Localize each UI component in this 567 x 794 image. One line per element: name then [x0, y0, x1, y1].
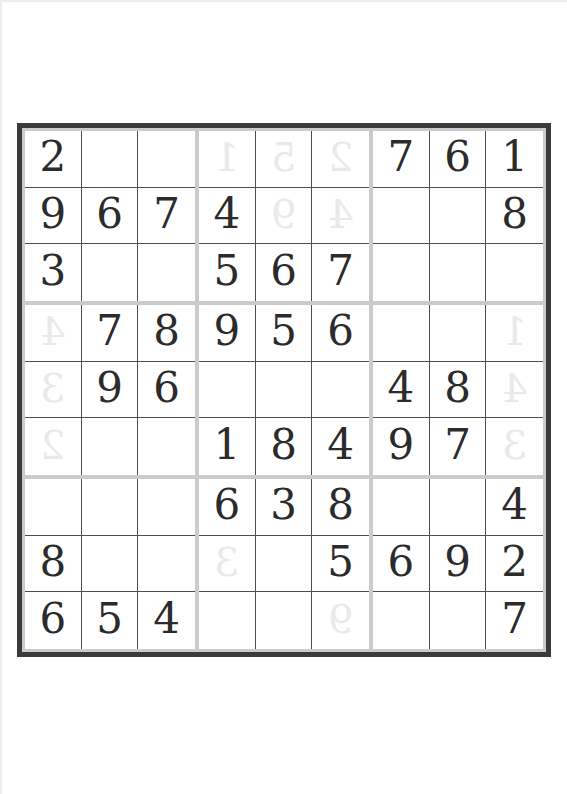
cell-r8c1[interactable]: 8 [25, 536, 82, 593]
box-1-3: 7618 [373, 131, 543, 301]
cell-r6c2[interactable] [82, 418, 139, 475]
box-3-1: 8654 [25, 479, 195, 649]
cell-r9c6[interactable]: 9 [312, 592, 369, 649]
ghost-bleedthrough-digit: 3 [214, 542, 239, 585]
given-digit: 7 [153, 193, 180, 238]
cell-r1c9[interactable]: 1 [486, 131, 543, 188]
given-digit: 7 [96, 310, 123, 355]
cell-r1c1[interactable]: 2 [25, 131, 82, 188]
cell-r1c6[interactable]: 2 [312, 131, 369, 188]
cell-r4c9[interactable]: 1 [486, 305, 543, 362]
given-digit: 4 [213, 193, 240, 238]
cell-r9c1[interactable]: 6 [25, 592, 82, 649]
given-digit: 4 [327, 424, 354, 469]
given-digit: 8 [444, 367, 471, 412]
given-digit: 5 [270, 310, 297, 355]
cell-r7c2[interactable] [82, 479, 139, 536]
ghost-bleedthrough-digit: 3 [502, 425, 527, 468]
box-3-3: 46927 [373, 479, 543, 649]
given-digit: 6 [387, 541, 414, 586]
cell-r6c6[interactable]: 4 [312, 418, 369, 475]
cell-r4c6[interactable]: 6 [312, 305, 369, 362]
cell-r2c9[interactable]: 8 [486, 188, 543, 245]
given-digit: 9 [39, 193, 66, 238]
cell-r1c2[interactable] [82, 131, 139, 188]
cell-r2c5[interactable]: 9 [256, 188, 313, 245]
cell-r9c8[interactable] [430, 592, 487, 649]
given-digit: 1 [501, 136, 528, 181]
given-digit: 5 [96, 598, 123, 643]
given-digit: 9 [96, 367, 123, 412]
cell-r6c5[interactable]: 8 [256, 418, 313, 475]
cell-r7c8[interactable] [430, 479, 487, 536]
cell-r5c6[interactable] [312, 362, 369, 419]
given-digit: 7 [501, 598, 528, 643]
cell-r3c7[interactable] [373, 244, 430, 301]
box-3-2: 638359 [199, 479, 369, 649]
box-1-1: 29673 [25, 131, 195, 301]
cell-r3c6[interactable]: 7 [312, 244, 369, 301]
cell-r2c2[interactable]: 6 [82, 188, 139, 245]
box-2-3: 1484973 [373, 305, 543, 475]
cell-r6c3[interactable] [138, 418, 195, 475]
given-digit: 8 [270, 424, 297, 469]
given-digit: 5 [213, 250, 240, 295]
cell-r3c8[interactable] [430, 244, 487, 301]
cell-r9c4[interactable] [199, 592, 256, 649]
given-digit: 7 [444, 424, 471, 469]
cell-r2c6[interactable]: 4 [312, 188, 369, 245]
cell-r2c3[interactable]: 7 [138, 188, 195, 245]
cell-r1c5[interactable]: 5 [256, 131, 313, 188]
cell-r4c7[interactable] [373, 305, 430, 362]
cell-r5c1[interactable]: 3 [25, 362, 82, 419]
given-digit: 4 [153, 598, 180, 643]
cell-r1c4[interactable]: 1 [199, 131, 256, 188]
ghost-bleedthrough-digit: 9 [328, 599, 353, 642]
cell-r3c3[interactable] [138, 244, 195, 301]
given-digit: 6 [96, 193, 123, 238]
cell-r7c7[interactable] [373, 479, 430, 536]
cell-r7c1[interactable] [25, 479, 82, 536]
cell-r8c3[interactable] [138, 536, 195, 593]
cell-r8c7[interactable]: 6 [373, 536, 430, 593]
cell-r8c8[interactable]: 9 [430, 536, 487, 593]
given-digit: 6 [270, 250, 297, 295]
cell-r5c5[interactable] [256, 362, 313, 419]
box-1-2: 152494567 [199, 131, 369, 301]
cell-r2c4[interactable]: 4 [199, 188, 256, 245]
given-digit: 5 [327, 541, 354, 586]
cell-r3c5[interactable]: 6 [256, 244, 313, 301]
given-digit: 9 [387, 424, 414, 469]
cell-r8c2[interactable] [82, 536, 139, 593]
given-digit: 3 [270, 484, 297, 529]
cell-r9c9[interactable]: 7 [486, 592, 543, 649]
given-digit: 9 [444, 541, 471, 586]
cell-r4c3[interactable]: 8 [138, 305, 195, 362]
cell-r4c4[interactable]: 9 [199, 305, 256, 362]
given-digit: 6 [213, 484, 240, 529]
given-digit: 9 [213, 310, 240, 355]
given-digit: 6 [39, 598, 66, 643]
given-digit: 8 [327, 484, 354, 529]
ghost-bleedthrough-digit: 4 [40, 311, 65, 354]
ghost-bleedthrough-digit: 2 [40, 425, 65, 468]
given-digit: 8 [39, 541, 66, 586]
sudoku-boxes: 2967315249456776184783962956184148497386… [25, 131, 543, 649]
sudoku-board: 2967315249456776184783962956184148497386… [17, 123, 551, 657]
ghost-bleedthrough-digit: 5 [271, 137, 296, 180]
given-digit: 4 [387, 367, 414, 412]
cell-r3c9[interactable] [486, 244, 543, 301]
ghost-bleedthrough-digit: 1 [214, 137, 239, 180]
cell-r1c8[interactable]: 6 [430, 131, 487, 188]
cell-r9c2[interactable]: 5 [82, 592, 139, 649]
cell-r5c8[interactable]: 8 [430, 362, 487, 419]
ghost-bleedthrough-digit: 9 [271, 194, 296, 237]
cell-r7c9[interactable]: 4 [486, 479, 543, 536]
cell-r6c9[interactable]: 3 [486, 418, 543, 475]
cell-r3c1[interactable]: 3 [25, 244, 82, 301]
cell-r7c5[interactable]: 3 [256, 479, 313, 536]
cell-r2c7[interactable] [373, 188, 430, 245]
cell-r6c8[interactable]: 7 [430, 418, 487, 475]
given-digit: 6 [153, 367, 180, 412]
puzzle-page: 2967315249456776184783962956184148497386… [0, 0, 567, 794]
cell-r7c6[interactable]: 8 [312, 479, 369, 536]
cell-r2c8[interactable] [430, 188, 487, 245]
cell-r8c9[interactable]: 2 [486, 536, 543, 593]
given-digit: 2 [39, 136, 66, 181]
ghost-bleedthrough-digit: 1 [502, 311, 527, 354]
cell-r6c1[interactable]: 2 [25, 418, 82, 475]
cell-r6c4[interactable]: 1 [199, 418, 256, 475]
cell-r5c4[interactable] [199, 362, 256, 419]
cell-r8c4[interactable]: 3 [199, 536, 256, 593]
cell-r3c4[interactable]: 5 [199, 244, 256, 301]
cell-r1c7[interactable]: 7 [373, 131, 430, 188]
cell-r9c5[interactable] [256, 592, 313, 649]
given-digit: 8 [501, 193, 528, 238]
given-digit: 7 [387, 136, 414, 181]
ghost-bleedthrough-digit: 2 [328, 137, 353, 180]
ghost-bleedthrough-digit: 4 [328, 194, 353, 237]
box-2-1: 4783962 [25, 305, 195, 475]
cell-r5c7[interactable]: 4 [373, 362, 430, 419]
given-digit: 6 [444, 136, 471, 181]
cell-r8c6[interactable]: 5 [312, 536, 369, 593]
ghost-bleedthrough-digit: 3 [40, 368, 65, 411]
given-digit: 3 [39, 250, 66, 295]
cell-r9c7[interactable] [373, 592, 430, 649]
given-digit: 4 [501, 484, 528, 529]
cell-r9c3[interactable]: 4 [138, 592, 195, 649]
cell-r4c2[interactable]: 7 [82, 305, 139, 362]
cell-r2c1[interactable]: 9 [25, 188, 82, 245]
given-digit: 8 [153, 310, 180, 355]
cell-r4c1[interactable]: 4 [25, 305, 82, 362]
cell-r5c3[interactable]: 6 [138, 362, 195, 419]
given-digit: 1 [213, 424, 240, 469]
cell-r1c3[interactable] [138, 131, 195, 188]
cell-r5c9[interactable]: 4 [486, 362, 543, 419]
cell-r5c2[interactable]: 9 [82, 362, 139, 419]
cell-r3c2[interactable] [82, 244, 139, 301]
cell-r7c3[interactable] [138, 479, 195, 536]
cell-r4c5[interactable]: 5 [256, 305, 313, 362]
given-digit: 6 [327, 310, 354, 355]
cell-r6c7[interactable]: 9 [373, 418, 430, 475]
cell-r8c5[interactable] [256, 536, 313, 593]
ghost-bleedthrough-digit: 4 [502, 368, 527, 411]
cell-r4c8[interactable] [430, 305, 487, 362]
given-digit: 7 [327, 250, 354, 295]
box-2-2: 956184 [199, 305, 369, 475]
cell-r7c4[interactable]: 6 [199, 479, 256, 536]
given-digit: 2 [501, 541, 528, 586]
